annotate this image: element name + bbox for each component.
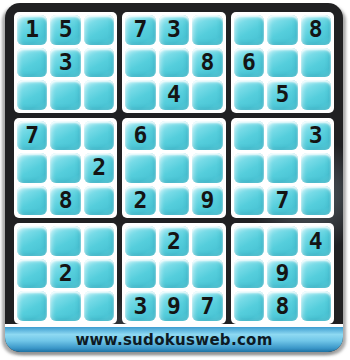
- cell-r7c5[interactable]: 2: [159, 226, 189, 256]
- cell-r5c9[interactable]: [301, 153, 331, 183]
- cell-r1c4[interactable]: 7: [125, 15, 155, 45]
- cell-r3c1[interactable]: [17, 80, 47, 110]
- cell-r4c3[interactable]: [84, 121, 114, 151]
- cell-r8c1[interactable]: [17, 259, 47, 289]
- cell-r9c7[interactable]: [234, 291, 264, 321]
- cell-r2c1[interactable]: [17, 48, 47, 78]
- block-1-3: 865: [231, 12, 334, 113]
- cell-r5c5[interactable]: [159, 153, 189, 183]
- cell-r6c7[interactable]: [234, 186, 264, 216]
- cell-r3c9[interactable]: [301, 80, 331, 110]
- cell-r8c9[interactable]: [301, 259, 331, 289]
- cell-r9c6[interactable]: 7: [192, 291, 222, 321]
- cell-r8c2[interactable]: 2: [50, 259, 80, 289]
- cell-r7c4[interactable]: [125, 226, 155, 256]
- cell-r8c6[interactable]: [192, 259, 222, 289]
- block-3-2: 2397: [122, 223, 225, 324]
- cell-r6c4[interactable]: 2: [125, 186, 155, 216]
- sudoku-board: 15373848657286293722397498 www.sudokuswe…: [5, 3, 343, 352]
- cell-r2c5[interactable]: [159, 48, 189, 78]
- cell-r7c8[interactable]: [267, 226, 297, 256]
- block-3-3: 498: [231, 223, 334, 324]
- cell-r6c9[interactable]: [301, 186, 331, 216]
- cell-r3c5[interactable]: 4: [159, 80, 189, 110]
- cell-r9c4[interactable]: 3: [125, 291, 155, 321]
- cell-r8c7[interactable]: [234, 259, 264, 289]
- cell-r5c8[interactable]: [267, 153, 297, 183]
- cell-r3c4[interactable]: [125, 80, 155, 110]
- cell-r4c4[interactable]: 6: [125, 121, 155, 151]
- block-2-3: 37: [231, 118, 334, 219]
- cell-r6c6[interactable]: 9: [192, 186, 222, 216]
- cell-r5c3[interactable]: 2: [84, 153, 114, 183]
- cell-r2c9[interactable]: [301, 48, 331, 78]
- sudoku-grid: 15373848657286293722397498: [5, 3, 343, 324]
- cell-r3c8[interactable]: 5: [267, 80, 297, 110]
- cell-r2c7[interactable]: 6: [234, 48, 264, 78]
- cell-r9c9[interactable]: [301, 291, 331, 321]
- cell-r3c7[interactable]: [234, 80, 264, 110]
- cell-r4c5[interactable]: [159, 121, 189, 151]
- cell-r3c6[interactable]: [192, 80, 222, 110]
- footer-bar: www.sudokusweb.com: [5, 324, 343, 352]
- cell-r2c3[interactable]: [84, 48, 114, 78]
- cell-r1c5[interactable]: 3: [159, 15, 189, 45]
- cell-r1c2[interactable]: 5: [50, 15, 80, 45]
- cell-r8c8[interactable]: 9: [267, 259, 297, 289]
- cell-r7c2[interactable]: [50, 226, 80, 256]
- cell-r7c9[interactable]: 4: [301, 226, 331, 256]
- cell-r7c6[interactable]: [192, 226, 222, 256]
- cell-r1c1[interactable]: 1: [17, 15, 47, 45]
- cell-r7c1[interactable]: [17, 226, 47, 256]
- cell-r3c2[interactable]: [50, 80, 80, 110]
- cell-r8c4[interactable]: [125, 259, 155, 289]
- cell-r9c2[interactable]: [50, 291, 80, 321]
- cell-r7c3[interactable]: [84, 226, 114, 256]
- cell-r2c2[interactable]: 3: [50, 48, 80, 78]
- cell-r4c8[interactable]: [267, 121, 297, 151]
- cell-r9c1[interactable]: [17, 291, 47, 321]
- cell-r5c7[interactable]: [234, 153, 264, 183]
- cell-r5c4[interactable]: [125, 153, 155, 183]
- cell-r8c5[interactable]: [159, 259, 189, 289]
- block-3-1: 2: [14, 223, 117, 324]
- cell-r6c5[interactable]: [159, 186, 189, 216]
- cell-r4c6[interactable]: [192, 121, 222, 151]
- cell-r5c6[interactable]: [192, 153, 222, 183]
- block-2-1: 728: [14, 118, 117, 219]
- cell-r4c7[interactable]: [234, 121, 264, 151]
- cell-r1c6[interactable]: [192, 15, 222, 45]
- cell-r5c1[interactable]: [17, 153, 47, 183]
- cell-r6c1[interactable]: [17, 186, 47, 216]
- cell-r8c3[interactable]: [84, 259, 114, 289]
- block-1-2: 7384: [122, 12, 225, 113]
- cell-r1c9[interactable]: 8: [301, 15, 331, 45]
- cell-r2c8[interactable]: [267, 48, 297, 78]
- cell-r4c2[interactable]: [50, 121, 80, 151]
- cell-r3c3[interactable]: [84, 80, 114, 110]
- block-2-2: 629: [122, 118, 225, 219]
- cell-r5c2[interactable]: [50, 153, 80, 183]
- cell-r6c3[interactable]: [84, 186, 114, 216]
- cell-r1c7[interactable]: [234, 15, 264, 45]
- cell-r7c7[interactable]: [234, 226, 264, 256]
- cell-r1c8[interactable]: [267, 15, 297, 45]
- cell-r4c1[interactable]: 7: [17, 121, 47, 151]
- cell-r9c3[interactable]: [84, 291, 114, 321]
- cell-r9c8[interactable]: 8: [267, 291, 297, 321]
- block-1-1: 153: [14, 12, 117, 113]
- cell-r2c4[interactable]: [125, 48, 155, 78]
- page: 15373848657286293722397498 www.sudokuswe…: [0, 0, 350, 360]
- cell-r2c6[interactable]: 8: [192, 48, 222, 78]
- cell-r1c3[interactable]: [84, 15, 114, 45]
- site-url-link[interactable]: www.sudokusweb.com: [75, 331, 272, 349]
- cell-r9c5[interactable]: 9: [159, 291, 189, 321]
- cell-r6c8[interactable]: 7: [267, 186, 297, 216]
- cell-r4c9[interactable]: 3: [301, 121, 331, 151]
- cell-r6c2[interactable]: 8: [50, 186, 80, 216]
